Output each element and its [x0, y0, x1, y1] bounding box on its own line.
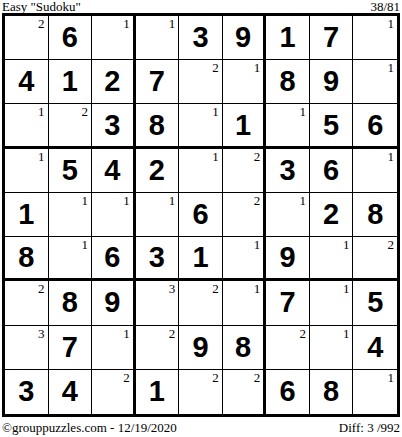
pencil-mark: 1 — [254, 60, 261, 75]
cell-r4c8[interactable]: 6 — [310, 149, 354, 193]
cell-r2c2[interactable]: 1 — [49, 60, 93, 104]
cell-r5c9[interactable]: 8 — [353, 193, 397, 237]
pencil-mark: 1 — [343, 281, 350, 296]
cell-r9c8[interactable]: 8 — [310, 370, 354, 414]
pencil-mark: 1 — [299, 104, 306, 119]
cell-r3c5[interactable]: 1 — [179, 104, 223, 148]
cell-r2c8[interactable]: 9 — [310, 60, 354, 104]
cell-r2c7[interactable]: 8 — [266, 60, 310, 104]
cell-r8c1[interactable]: 3 — [5, 326, 49, 370]
pencil-mark: 1 — [123, 16, 130, 31]
cell-r7c9[interactable]: 5 — [353, 281, 397, 325]
pencil-mark: 2 — [212, 60, 219, 75]
pencil-mark: 1 — [388, 16, 395, 31]
cell-r1c2[interactable]: 6 — [49, 16, 93, 60]
cell-r8c7[interactable]: 2 — [266, 326, 310, 370]
cell-r7c5[interactable]: 2 — [179, 281, 223, 325]
pencil-mark: 2 — [254, 149, 261, 164]
cell-r9c1[interactable]: 3 — [5, 370, 49, 414]
cell-value: 6 — [280, 377, 296, 406]
cell-value: 9 — [235, 23, 251, 52]
cell-r5c7[interactable]: 1 — [266, 193, 310, 237]
cell-r8c5[interactable]: 9 — [179, 326, 223, 370]
cell-r6c6[interactable]: 1 — [223, 237, 267, 281]
cell-r2c5[interactable]: 2 — [179, 60, 223, 104]
cell-r4c5[interactable]: 1 — [179, 149, 223, 193]
pencil-mark: 1 — [123, 193, 130, 208]
cell-value: 7 — [280, 288, 296, 317]
pencil-mark: 1 — [123, 326, 130, 341]
cell-value: 8 — [235, 333, 251, 362]
cell-value: 7 — [62, 333, 78, 362]
cell-r9c9[interactable]: 1 — [353, 370, 397, 414]
cell-r3c4[interactable]: 8 — [136, 104, 180, 148]
cell-value: 8 — [280, 67, 296, 96]
cell-r8c3[interactable]: 1 — [92, 326, 136, 370]
cell-r4c9[interactable]: 1 — [353, 149, 397, 193]
cell-value: 8 — [62, 288, 78, 317]
cell-r3c8[interactable]: 5 — [310, 104, 354, 148]
cell-r5c8[interactable]: 2 — [310, 193, 354, 237]
cell-value: 1 — [149, 377, 165, 406]
cell-r1c7[interactable]: 1 — [266, 16, 310, 60]
cell-value: 6 — [323, 156, 339, 185]
pencil-mark: 1 — [169, 16, 176, 31]
cell-r9c3[interactable]: 2 — [92, 370, 136, 414]
cell-r6c4[interactable]: 3 — [136, 237, 180, 281]
pencil-mark: 1 — [254, 237, 261, 252]
cell-r6c5[interactable]: 1 — [179, 237, 223, 281]
pencil-mark: 1 — [388, 149, 395, 164]
pencil-mark: 2 — [212, 281, 219, 296]
cell-value: 1 — [18, 200, 34, 229]
pencil-mark: 1 — [343, 237, 350, 252]
cell-r1c6[interactable]: 9 — [223, 16, 267, 60]
cell-r8c4[interactable]: 2 — [136, 326, 180, 370]
cell-r5c5[interactable]: 6 — [179, 193, 223, 237]
cell-value: 7 — [323, 23, 339, 52]
cell-value: 6 — [192, 200, 208, 229]
cell-value: 3 — [192, 23, 208, 52]
cell-value: 6 — [62, 23, 78, 52]
pencil-mark: 3 — [38, 326, 45, 341]
cell-r6c7[interactable]: 9 — [266, 237, 310, 281]
pencil-mark: 1 — [38, 149, 45, 164]
cell-value: 6 — [367, 111, 383, 140]
pencil-mark: 1 — [82, 237, 89, 252]
cell-r2c6[interactable]: 1 — [223, 60, 267, 104]
cell-value: 1 — [235, 111, 251, 140]
cell-r1c4[interactable]: 1 — [136, 16, 180, 60]
cell-value: 8 — [367, 200, 383, 229]
cell-r1c3[interactable]: 1 — [92, 16, 136, 60]
pencil-mark: 1 — [212, 149, 219, 164]
cell-r7c1[interactable]: 2 — [5, 281, 49, 325]
pencil-mark: 2 — [212, 370, 219, 385]
pencil-mark: 2 — [169, 326, 176, 341]
cell-r1c1[interactable]: 2 — [5, 16, 49, 60]
cell-value: 2 — [149, 156, 165, 185]
cell-r1c8[interactable]: 7 — [310, 16, 354, 60]
cell-r5c1[interactable]: 1 — [5, 193, 49, 237]
pencil-mark: 2 — [254, 193, 261, 208]
cell-r6c2[interactable]: 1 — [49, 237, 93, 281]
cell-r3c9[interactable]: 6 — [353, 104, 397, 148]
cell-r3c1[interactable]: 1 — [5, 104, 49, 148]
cell-r4c6[interactable]: 2 — [223, 149, 267, 193]
cell-r4c7[interactable]: 3 — [266, 149, 310, 193]
cell-r7c7[interactable]: 7 — [266, 281, 310, 325]
pencil-mark: 1 — [299, 193, 306, 208]
page-title: Easy "Sudoku" — [2, 0, 81, 13]
pencil-mark: 2 — [254, 370, 261, 385]
pencil-mark: 2 — [299, 326, 306, 341]
footer: ©grouppuzzles.com - 12/19/2020 Diff: 3 /… — [0, 417, 402, 435]
cell-value: 4 — [367, 333, 383, 362]
cell-value: 9 — [280, 243, 296, 272]
cell-value: 4 — [62, 377, 78, 406]
cell-value: 3 — [280, 156, 296, 185]
cell-r4c4[interactable]: 2 — [136, 149, 180, 193]
sudoku-page: Easy "Sudoku" 38/81 26113917141272189112… — [0, 0, 402, 437]
cell-r7c4[interactable]: 3 — [136, 281, 180, 325]
cell-r8c2[interactable]: 7 — [49, 326, 93, 370]
cell-r5c6[interactable]: 2 — [223, 193, 267, 237]
cell-r6c8[interactable]: 1 — [310, 237, 354, 281]
cell-value: 2 — [323, 200, 339, 229]
cell-value: 3 — [149, 243, 165, 272]
pencil-mark: 1 — [82, 193, 89, 208]
pencil-mark: 1 — [169, 193, 176, 208]
cell-r1c5[interactable]: 3 — [179, 16, 223, 60]
pencil-mark: 2 — [38, 16, 45, 31]
cell-value: 6 — [104, 243, 120, 272]
cell-r5c2[interactable]: 1 — [49, 193, 93, 237]
cell-value: 8 — [18, 243, 34, 272]
cell-r5c3[interactable]: 1 — [92, 193, 136, 237]
cell-r8c6[interactable]: 8 — [223, 326, 267, 370]
cell-r4c2[interactable]: 5 — [49, 149, 93, 193]
pencil-mark: 1 — [254, 281, 261, 296]
cell-value: 9 — [104, 288, 120, 317]
pencil-mark: 2 — [388, 237, 395, 252]
cell-r7c2[interactable]: 8 — [49, 281, 93, 325]
cell-r7c8[interactable]: 1 — [310, 281, 354, 325]
cell-r9c5[interactable]: 2 — [179, 370, 223, 414]
cell-value: 5 — [323, 111, 339, 140]
cell-r2c9[interactable]: 1 — [353, 60, 397, 104]
cell-value: 2 — [104, 67, 120, 96]
cell-value: 4 — [104, 156, 120, 185]
cell-value: 7 — [149, 67, 165, 96]
sudoku-board: 2611391714127218911238111561542123611111… — [2, 13, 400, 417]
pencil-mark: 1 — [388, 60, 395, 75]
copyright-text: ©grouppuzzles.com - 12/19/2020 — [2, 421, 177, 435]
cell-r7c6[interactable]: 1 — [223, 281, 267, 325]
cell-r9c6[interactable]: 2 — [223, 370, 267, 414]
difficulty-text: Diff: 3 /992 — [339, 421, 400, 435]
cell-r4c3[interactable]: 4 — [92, 149, 136, 193]
cell-value: 5 — [367, 288, 383, 317]
cell-value: 9 — [323, 67, 339, 96]
cell-value: 4 — [18, 67, 34, 96]
cell-value: 5 — [62, 156, 78, 185]
cell-r8c8[interactable]: 1 — [310, 326, 354, 370]
header: Easy "Sudoku" 38/81 — [0, 0, 402, 13]
progress-counter: 38/81 — [370, 0, 400, 13]
cell-r3c6[interactable]: 1 — [223, 104, 267, 148]
cell-r2c4[interactable]: 7 — [136, 60, 180, 104]
cell-r1c9[interactable]: 1 — [353, 16, 397, 60]
pencil-mark: 1 — [343, 326, 350, 341]
cell-r3c7[interactable]: 1 — [266, 104, 310, 148]
cell-r3c2[interactable]: 2 — [49, 104, 93, 148]
cell-r9c7[interactable]: 6 — [266, 370, 310, 414]
cell-value: 3 — [18, 377, 34, 406]
cell-r2c1[interactable]: 4 — [5, 60, 49, 104]
cell-r3c3[interactable]: 3 — [92, 104, 136, 148]
cell-r9c2[interactable]: 4 — [49, 370, 93, 414]
pencil-mark: 2 — [123, 370, 130, 385]
cell-value: 1 — [62, 67, 78, 96]
cell-value: 9 — [192, 333, 208, 362]
pencil-mark: 2 — [82, 104, 89, 119]
cell-r5c4[interactable]: 1 — [136, 193, 180, 237]
cell-value: 1 — [192, 243, 208, 272]
cell-r6c9[interactable]: 2 — [353, 237, 397, 281]
cell-r9c4[interactable]: 1 — [136, 370, 180, 414]
cell-r2c3[interactable]: 2 — [92, 60, 136, 104]
cell-value: 3 — [104, 111, 120, 140]
pencil-mark: 3 — [169, 281, 176, 296]
cell-r4c1[interactable]: 1 — [5, 149, 49, 193]
pencil-mark: 2 — [38, 281, 45, 296]
pencil-mark: 1 — [38, 104, 45, 119]
cell-r6c3[interactable]: 6 — [92, 237, 136, 281]
cell-r7c3[interactable]: 9 — [92, 281, 136, 325]
cell-r6c1[interactable]: 8 — [5, 237, 49, 281]
cell-value: 8 — [323, 377, 339, 406]
cell-r8c9[interactable]: 4 — [353, 326, 397, 370]
pencil-mark: 1 — [388, 370, 395, 385]
cell-value: 1 — [280, 23, 296, 52]
pencil-mark: 1 — [212, 104, 219, 119]
cell-value: 8 — [149, 111, 165, 140]
